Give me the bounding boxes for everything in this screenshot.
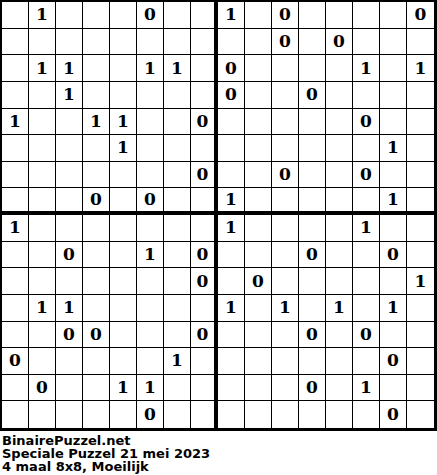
- cell-r9c3[interactable]: [56, 215, 83, 242]
- cell-r9c9: 1: [218, 215, 245, 242]
- cell-r12c9: 1: [218, 295, 245, 322]
- cell-r2c15[interactable]: [380, 29, 407, 56]
- cell-r15c8[interactable]: [191, 375, 218, 402]
- cell-r10c6: 1: [137, 242, 164, 269]
- cell-r5c2[interactable]: [29, 109, 56, 136]
- cell-r2c5[interactable]: [110, 29, 137, 56]
- cell-r9c7[interactable]: [164, 215, 191, 242]
- cell-r5c14: 0: [353, 109, 380, 136]
- cell-r5c11[interactable]: [272, 109, 299, 136]
- cell-r4c5[interactable]: [110, 82, 137, 109]
- cell-r6c5: 1: [110, 135, 137, 162]
- cell-r12c15: 1: [380, 295, 407, 322]
- cell-r15c11[interactable]: [272, 375, 299, 402]
- cell-r6c2[interactable]: [29, 135, 56, 162]
- cell-r8c6: 0: [137, 188, 164, 215]
- cell-r5c1: 1: [2, 109, 29, 136]
- cell-r9c16[interactable]: [407, 215, 434, 242]
- cell-r7c7[interactable]: [164, 162, 191, 189]
- cell-r13c12: 0: [299, 322, 326, 349]
- cell-r6c4[interactable]: [83, 135, 110, 162]
- cell-r14c8[interactable]: [191, 348, 218, 375]
- cell-r5c16[interactable]: [407, 109, 434, 136]
- cell-r9c10[interactable]: [245, 215, 272, 242]
- cell-r15c9[interactable]: [218, 375, 245, 402]
- cell-r9c8[interactable]: [191, 215, 218, 242]
- cell-r3c15[interactable]: [380, 55, 407, 82]
- cell-r6c3[interactable]: [56, 135, 83, 162]
- cell-r12c11: 1: [272, 295, 299, 322]
- cell-r10c1[interactable]: [2, 242, 29, 269]
- cell-r3c7: 1: [164, 55, 191, 82]
- cell-r5c8: 0: [191, 109, 218, 136]
- cell-r16c6: 0: [137, 401, 164, 428]
- cell-r4c13[interactable]: [326, 82, 353, 109]
- cell-r6c6[interactable]: [137, 135, 164, 162]
- cell-r5c4: 1: [83, 109, 110, 136]
- cell-r6c13[interactable]: [326, 135, 353, 162]
- cell-r4c6[interactable]: [137, 82, 164, 109]
- cell-r15c10[interactable]: [245, 375, 272, 402]
- cell-r6c11[interactable]: [272, 135, 299, 162]
- cell-r14c3[interactable]: [56, 348, 83, 375]
- cell-r6c12[interactable]: [299, 135, 326, 162]
- cell-r16c7[interactable]: [164, 401, 191, 428]
- cell-r14c4[interactable]: [83, 348, 110, 375]
- cell-r4c10[interactable]: [245, 82, 272, 109]
- cell-r8c10[interactable]: [245, 188, 272, 215]
- cell-r16c4[interactable]: [83, 401, 110, 428]
- cell-r6c16[interactable]: [407, 135, 434, 162]
- cell-r2c11: 0: [272, 29, 299, 56]
- cell-r10c8: 0: [191, 242, 218, 269]
- cell-r13c4: 0: [83, 322, 110, 349]
- cell-r12c12[interactable]: [299, 295, 326, 322]
- cell-r12c16[interactable]: [407, 295, 434, 322]
- cell-r10c16[interactable]: [407, 242, 434, 269]
- cell-r4c14[interactable]: [353, 82, 380, 109]
- cell-r13c14: 0: [353, 322, 380, 349]
- cell-r3c6: 1: [137, 55, 164, 82]
- cell-r10c10[interactable]: [245, 242, 272, 269]
- cell-r5c6[interactable]: [137, 109, 164, 136]
- cell-r10c12: 0: [299, 242, 326, 269]
- cell-r8c1[interactable]: [2, 188, 29, 215]
- cell-r4c2[interactable]: [29, 82, 56, 109]
- cell-r8c4: 0: [83, 188, 110, 215]
- cell-r12c3: 1: [56, 295, 83, 322]
- cell-r8c15: 1: [380, 188, 407, 215]
- cell-r2c2[interactable]: [29, 29, 56, 56]
- cell-r3c5[interactable]: [110, 55, 137, 82]
- cell-r3c4[interactable]: [83, 55, 110, 82]
- cell-r9c15[interactable]: [380, 215, 407, 242]
- cell-r5c9[interactable]: [218, 109, 245, 136]
- cell-r12c13: 1: [326, 295, 353, 322]
- cell-r3c14: 1: [353, 55, 380, 82]
- cell-r9c14: 1: [353, 215, 380, 242]
- cell-r7c12[interactable]: [299, 162, 326, 189]
- cell-r2c8[interactable]: [191, 29, 218, 56]
- cell-r7c13[interactable]: [326, 162, 353, 189]
- cell-r4c8[interactable]: [191, 82, 218, 109]
- caption: BinairePuzzel.net Speciale Puzzel 21 mei…: [0, 431, 437, 473]
- cell-r3c16: 1: [407, 55, 434, 82]
- cell-r16c3[interactable]: [56, 401, 83, 428]
- cell-r11c13[interactable]: [326, 268, 353, 295]
- cell-r8c3[interactable]: [56, 188, 83, 215]
- cell-r14c7: 1: [164, 348, 191, 375]
- cell-r14c5[interactable]: [110, 348, 137, 375]
- cell-r16c14[interactable]: [353, 401, 380, 428]
- cell-r6c14[interactable]: [353, 135, 380, 162]
- cell-r14c6[interactable]: [137, 348, 164, 375]
- cell-r9c5[interactable]: [110, 215, 137, 242]
- cell-r11c2[interactable]: [29, 268, 56, 295]
- cell-r12c10[interactable]: [245, 295, 272, 322]
- cell-r11c16: 1: [407, 268, 434, 295]
- cell-r15c13[interactable]: [326, 375, 353, 402]
- cell-r11c6[interactable]: [137, 268, 164, 295]
- cell-r14c16[interactable]: [407, 348, 434, 375]
- cell-r15c16[interactable]: [407, 375, 434, 402]
- cell-r15c6: 1: [137, 375, 164, 402]
- cell-r2c7[interactable]: [164, 29, 191, 56]
- cell-r9c1: 1: [2, 215, 29, 242]
- cell-r7c9[interactable]: [218, 162, 245, 189]
- cell-r3c3: 1: [56, 55, 83, 82]
- cell-r15c3[interactable]: [56, 375, 83, 402]
- cell-r10c11[interactable]: [272, 242, 299, 269]
- cell-r5c5: 1: [110, 109, 137, 136]
- cell-r11c15[interactable]: [380, 268, 407, 295]
- cell-r2c16[interactable]: [407, 29, 434, 56]
- cell-r7c3[interactable]: [56, 162, 83, 189]
- cell-r3c11[interactable]: [272, 55, 299, 82]
- cell-r3c1[interactable]: [2, 55, 29, 82]
- cell-r4c4[interactable]: [83, 82, 110, 109]
- cell-r8c13[interactable]: [326, 188, 353, 215]
- cell-r1c2: 1: [29, 2, 56, 29]
- cell-r16c2[interactable]: [29, 401, 56, 428]
- cell-r13c6[interactable]: [137, 322, 164, 349]
- cell-r2c13: 0: [326, 29, 353, 56]
- cell-r4c1[interactable]: [2, 82, 29, 109]
- cell-r7c6[interactable]: [137, 162, 164, 189]
- cell-r1c5[interactable]: [110, 2, 137, 29]
- cell-r11c7[interactable]: [164, 268, 191, 295]
- cell-r15c14: 1: [353, 375, 380, 402]
- cell-r8c5[interactable]: [110, 188, 137, 215]
- cell-r5c10[interactable]: [245, 109, 272, 136]
- cell-r7c14: 0: [353, 162, 380, 189]
- cell-r6c7[interactable]: [164, 135, 191, 162]
- cell-r1c13[interactable]: [326, 2, 353, 29]
- cell-r11c8: 0: [191, 268, 218, 295]
- cell-r14c12[interactable]: [299, 348, 326, 375]
- cell-r13c2[interactable]: [29, 322, 56, 349]
- cell-r12c5[interactable]: [110, 295, 137, 322]
- cell-r10c13[interactable]: [326, 242, 353, 269]
- cell-r1c3[interactable]: [56, 2, 83, 29]
- cell-r16c15: 0: [380, 401, 407, 428]
- cell-r2c12[interactable]: [299, 29, 326, 56]
- cell-r7c10[interactable]: [245, 162, 272, 189]
- cell-r1c11: 0: [272, 2, 299, 29]
- cell-r4c7[interactable]: [164, 82, 191, 109]
- cell-r8c12[interactable]: [299, 188, 326, 215]
- cell-r9c12[interactable]: [299, 215, 326, 242]
- cell-r15c12: 0: [299, 375, 326, 402]
- cell-r9c6[interactable]: [137, 215, 164, 242]
- cell-r14c14[interactable]: [353, 348, 380, 375]
- cell-r5c13[interactable]: [326, 109, 353, 136]
- cell-r14c2[interactable]: [29, 348, 56, 375]
- cell-r13c8: 0: [191, 322, 218, 349]
- cell-r2c6[interactable]: [137, 29, 164, 56]
- cell-r3c10[interactable]: [245, 55, 272, 82]
- cell-r7c1[interactable]: [2, 162, 29, 189]
- cell-r7c8: 0: [191, 162, 218, 189]
- cell-r16c8[interactable]: [191, 401, 218, 428]
- cell-r4c9: 0: [218, 82, 245, 109]
- cell-r2c14[interactable]: [353, 29, 380, 56]
- cell-r14c9[interactable]: [218, 348, 245, 375]
- cell-r13c10[interactable]: [245, 322, 272, 349]
- cell-r15c15[interactable]: [380, 375, 407, 402]
- cell-r4c12: 0: [299, 82, 326, 109]
- cell-r10c3: 0: [56, 242, 83, 269]
- cell-r1c12[interactable]: [299, 2, 326, 29]
- cell-r13c5[interactable]: [110, 322, 137, 349]
- cell-r4c11[interactable]: [272, 82, 299, 109]
- cell-r5c7[interactable]: [164, 109, 191, 136]
- cell-r2c1[interactable]: [2, 29, 29, 56]
- cell-r8c9: 1: [218, 188, 245, 215]
- cell-r16c11[interactable]: [272, 401, 299, 428]
- cell-r15c1[interactable]: [2, 375, 29, 402]
- cell-r10c15: 0: [380, 242, 407, 269]
- cell-r13c1[interactable]: [2, 322, 29, 349]
- cell-r12c1[interactable]: [2, 295, 29, 322]
- cell-r3c12[interactable]: [299, 55, 326, 82]
- cell-r8c16[interactable]: [407, 188, 434, 215]
- cell-r1c9: 1: [218, 2, 245, 29]
- cell-r5c15[interactable]: [380, 109, 407, 136]
- cell-r15c4[interactable]: [83, 375, 110, 402]
- cell-r13c3: 0: [56, 322, 83, 349]
- cell-r7c15[interactable]: [380, 162, 407, 189]
- cell-r14c15: 0: [380, 348, 407, 375]
- cell-r7c2[interactable]: [29, 162, 56, 189]
- cell-r11c3[interactable]: [56, 268, 83, 295]
- cell-r6c1[interactable]: [2, 135, 29, 162]
- cell-r1c4[interactable]: [83, 2, 110, 29]
- cell-r2c4[interactable]: [83, 29, 110, 56]
- cell-r16c13[interactable]: [326, 401, 353, 428]
- cell-r14c10[interactable]: [245, 348, 272, 375]
- cell-r13c9[interactable]: [218, 322, 245, 349]
- puzzle-info: 4 maal 8x8, Moeilijk: [2, 460, 437, 473]
- cell-r16c10[interactable]: [245, 401, 272, 428]
- cell-r5c12[interactable]: [299, 109, 326, 136]
- cell-r10c2[interactable]: [29, 242, 56, 269]
- cell-r1c16: 0: [407, 2, 434, 29]
- cell-r11c11[interactable]: [272, 268, 299, 295]
- cell-r16c16[interactable]: [407, 401, 434, 428]
- cell-r11c14[interactable]: [353, 268, 380, 295]
- cell-r7c11: 0: [272, 162, 299, 189]
- cell-r12c7[interactable]: [164, 295, 191, 322]
- cell-r13c16[interactable]: [407, 322, 434, 349]
- cell-r16c9[interactable]: [218, 401, 245, 428]
- cell-r6c10[interactable]: [245, 135, 272, 162]
- cell-r6c8[interactable]: [191, 135, 218, 162]
- cell-r15c2: 0: [29, 375, 56, 402]
- cell-r10c7[interactable]: [164, 242, 191, 269]
- cell-r4c16[interactable]: [407, 82, 434, 109]
- cell-r12c4[interactable]: [83, 295, 110, 322]
- cell-r14c13[interactable]: [326, 348, 353, 375]
- cell-r16c1[interactable]: [2, 401, 29, 428]
- cell-r1c14[interactable]: [353, 2, 380, 29]
- cell-r3c2: 1: [29, 55, 56, 82]
- cell-r8c11[interactable]: [272, 188, 299, 215]
- cell-r2c10[interactable]: [245, 29, 272, 56]
- cell-r16c5[interactable]: [110, 401, 137, 428]
- cell-r2c9[interactable]: [218, 29, 245, 56]
- cell-r3c8[interactable]: [191, 55, 218, 82]
- cell-r11c5[interactable]: [110, 268, 137, 295]
- cell-r1c6: 0: [137, 2, 164, 29]
- cell-r14c1: 0: [2, 348, 29, 375]
- cell-r1c7[interactable]: [164, 2, 191, 29]
- cell-r9c2[interactable]: [29, 215, 56, 242]
- cell-r9c11[interactable]: [272, 215, 299, 242]
- cell-r12c2: 1: [29, 295, 56, 322]
- cell-r10c4[interactable]: [83, 242, 110, 269]
- cell-r11c4[interactable]: [83, 268, 110, 295]
- cell-r7c16[interactable]: [407, 162, 434, 189]
- cell-r5c3[interactable]: [56, 109, 83, 136]
- cell-r4c3: 1: [56, 82, 83, 109]
- cell-r15c5: 1: [110, 375, 137, 402]
- cell-r6c15: 1: [380, 135, 407, 162]
- cell-r1c8[interactable]: [191, 2, 218, 29]
- cell-r7c5[interactable]: [110, 162, 137, 189]
- cell-r13c7[interactable]: [164, 322, 191, 349]
- cell-r9c13[interactable]: [326, 215, 353, 242]
- cell-r12c6[interactable]: [137, 295, 164, 322]
- cell-r8c7[interactable]: [164, 188, 191, 215]
- cell-r15c7[interactable]: [164, 375, 191, 402]
- cell-r10c5[interactable]: [110, 242, 137, 269]
- binary-puzzle-board: 1010000111101110011100110000011111010000…: [0, 0, 437, 431]
- cell-r3c13[interactable]: [326, 55, 353, 82]
- cell-r12c8[interactable]: [191, 295, 218, 322]
- cell-r13c13[interactable]: [326, 322, 353, 349]
- cell-r4c15[interactable]: [380, 82, 407, 109]
- page: 1010000111101110011100110000011111010000…: [0, 0, 437, 475]
- cell-r11c9[interactable]: [218, 268, 245, 295]
- cell-r13c11[interactable]: [272, 322, 299, 349]
- cell-r12c14[interactable]: [353, 295, 380, 322]
- cell-r1c1[interactable]: [2, 2, 29, 29]
- cell-r2c3[interactable]: [56, 29, 83, 56]
- cell-r11c10: 0: [245, 268, 272, 295]
- cell-r13c15[interactable]: [380, 322, 407, 349]
- cell-r3c9: 0: [218, 55, 245, 82]
- cell-r8c2[interactable]: [29, 188, 56, 215]
- cell-r11c1[interactable]: [2, 268, 29, 295]
- cell-r8c14[interactable]: [353, 188, 380, 215]
- cell-r8c8[interactable]: [191, 188, 218, 215]
- cell-r1c15[interactable]: [380, 2, 407, 29]
- cell-r7c4[interactable]: [83, 162, 110, 189]
- cell-r11c12[interactable]: [299, 268, 326, 295]
- cell-r16c12[interactable]: [299, 401, 326, 428]
- cell-r10c14[interactable]: [353, 242, 380, 269]
- cell-r14c11[interactable]: [272, 348, 299, 375]
- cell-r9c4[interactable]: [83, 215, 110, 242]
- cell-r6c9[interactable]: [218, 135, 245, 162]
- cell-r10c9[interactable]: [218, 242, 245, 269]
- cell-r1c10[interactable]: [245, 2, 272, 29]
